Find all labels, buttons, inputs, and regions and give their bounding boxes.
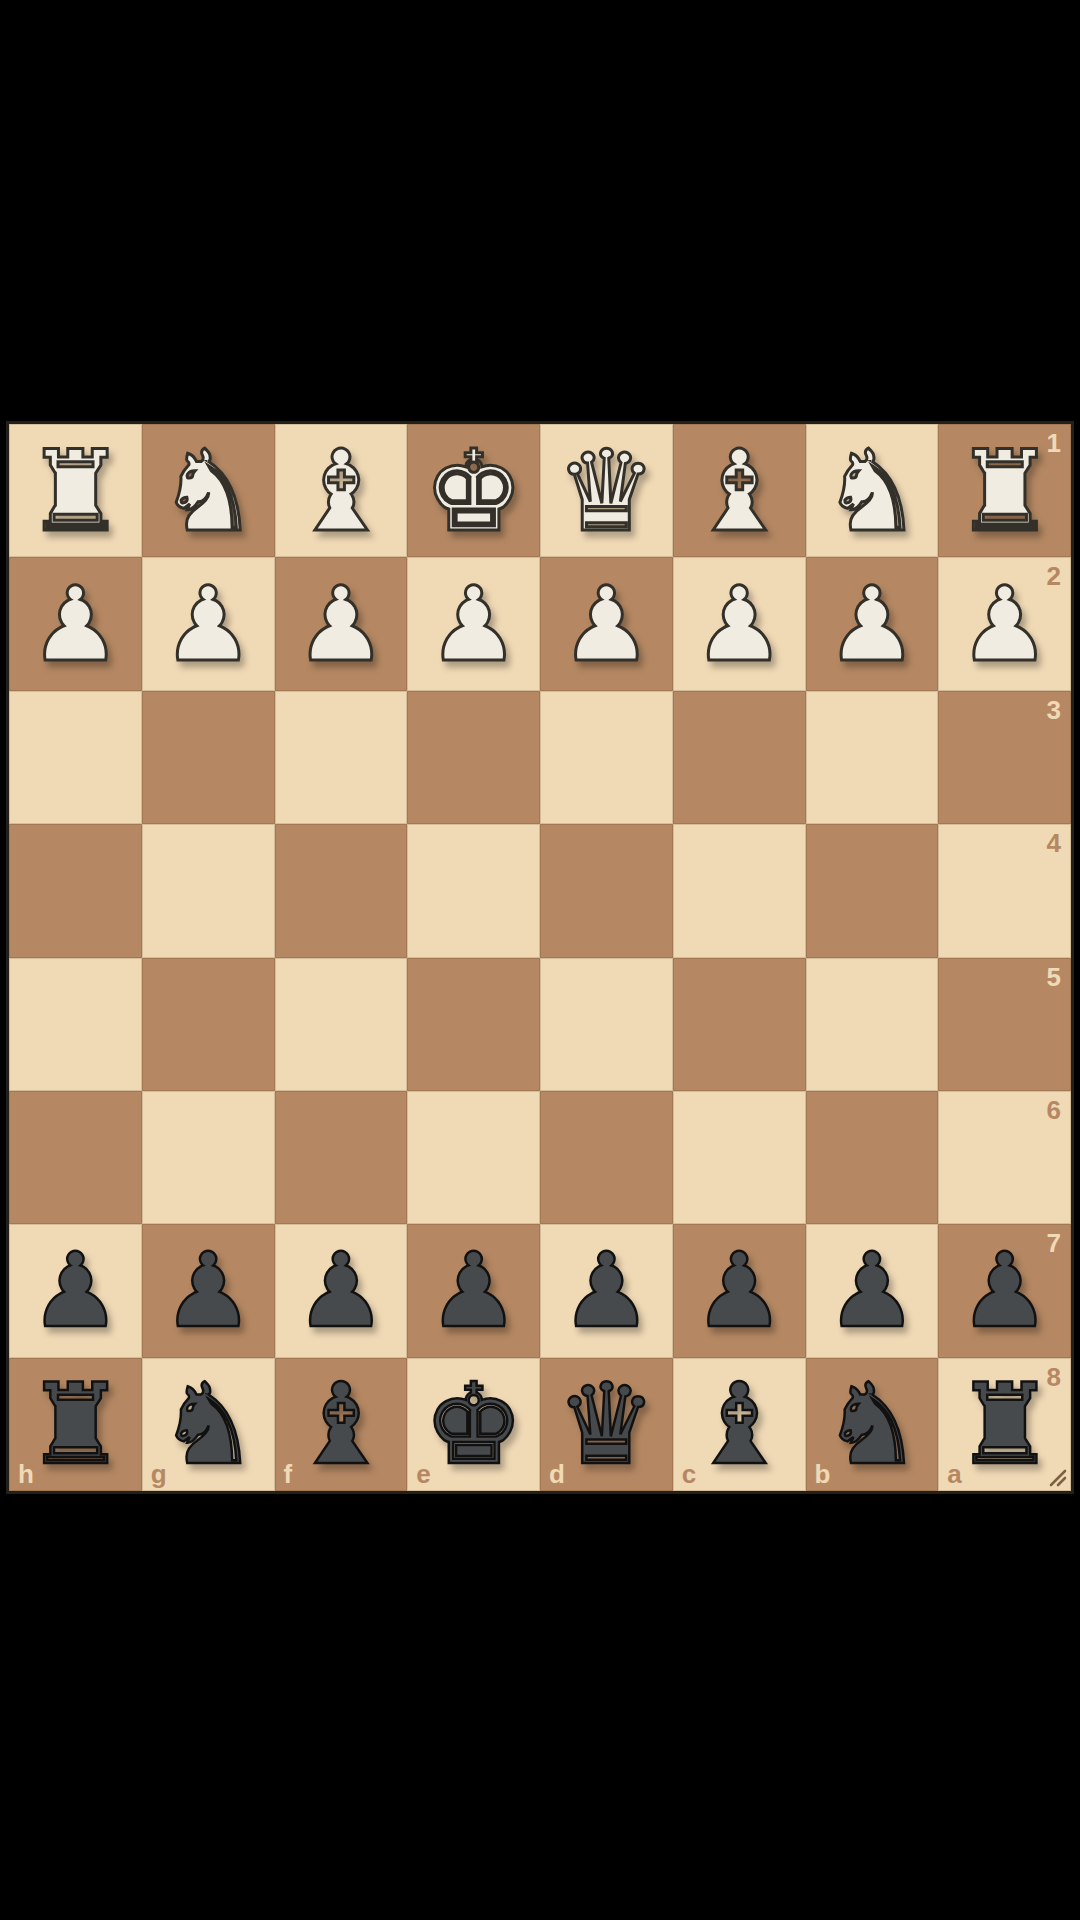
square-h7[interactable]: ♟ (9, 1224, 142, 1357)
black-bishop[interactable]: ♝ (291, 1368, 391, 1480)
square-d1[interactable]: ♛ (540, 424, 673, 557)
rank-label-8: 8 (1047, 1364, 1061, 1390)
white-pawn[interactable]: ♟ (958, 573, 1050, 676)
square-c1[interactable]: ♝ (673, 424, 806, 557)
square-f3[interactable] (275, 691, 408, 824)
square-c3[interactable] (673, 691, 806, 824)
square-a7[interactable]: ♟7 (938, 1224, 1071, 1357)
square-e5[interactable] (407, 958, 540, 1091)
black-bishop[interactable]: ♝ (689, 1368, 789, 1480)
square-e1[interactable]: ♚ (407, 424, 540, 557)
square-h5[interactable] (9, 958, 142, 1091)
square-b2[interactable]: ♟ (806, 557, 939, 690)
square-h2[interactable]: ♟ (9, 557, 142, 690)
square-h4[interactable] (9, 824, 142, 957)
white-pawn[interactable]: ♟ (693, 573, 785, 676)
black-pawn[interactable]: ♟ (693, 1239, 785, 1342)
rank-label-5: 5 (1047, 964, 1061, 990)
square-a8[interactable]: ♜a8 (938, 1358, 1071, 1491)
square-h1[interactable]: ♜ (9, 424, 142, 557)
square-b6[interactable] (806, 1091, 939, 1224)
file-label-b: b (815, 1461, 831, 1487)
square-d7[interactable]: ♟ (540, 1224, 673, 1357)
rank-label-7: 7 (1047, 1230, 1061, 1256)
black-pawn[interactable]: ♟ (560, 1239, 652, 1342)
black-king[interactable]: ♚ (423, 1368, 523, 1480)
black-knight[interactable]: ♞ (158, 1368, 258, 1480)
rank-label-1: 1 (1047, 430, 1061, 456)
file-label-h: h (18, 1461, 34, 1487)
file-label-c: c (682, 1461, 696, 1487)
black-rook[interactable]: ♜ (954, 1368, 1054, 1480)
white-pawn[interactable]: ♟ (560, 573, 652, 676)
square-c6[interactable] (673, 1091, 806, 1224)
white-bishop[interactable]: ♝ (291, 435, 391, 547)
square-d6[interactable] (540, 1091, 673, 1224)
rank-label-6: 6 (1047, 1097, 1061, 1123)
black-pawn[interactable]: ♟ (295, 1239, 387, 1342)
black-pawn[interactable]: ♟ (29, 1239, 121, 1342)
square-e6[interactable] (407, 1091, 540, 1224)
rank-label-4: 4 (1047, 830, 1061, 856)
rank-label-3: 3 (1047, 697, 1061, 723)
file-label-e: e (416, 1461, 430, 1487)
square-g1[interactable]: ♞ (142, 424, 275, 557)
square-f1[interactable]: ♝ (275, 424, 408, 557)
black-pawn[interactable]: ♟ (427, 1239, 519, 1342)
white-pawn[interactable]: ♟ (826, 573, 918, 676)
square-e2[interactable]: ♟ (407, 557, 540, 690)
square-c8[interactable]: ♝c (673, 1358, 806, 1491)
black-pawn[interactable]: ♟ (826, 1239, 918, 1342)
square-d2[interactable]: ♟ (540, 557, 673, 690)
square-f5[interactable] (275, 958, 408, 1091)
black-rook[interactable]: ♜ (25, 1368, 125, 1480)
square-f4[interactable] (275, 824, 408, 957)
white-queen[interactable]: ♛ (556, 435, 656, 547)
square-d5[interactable] (540, 958, 673, 1091)
white-king[interactable]: ♚ (423, 435, 523, 547)
white-knight[interactable]: ♞ (158, 435, 258, 547)
square-g7[interactable]: ♟ (142, 1224, 275, 1357)
square-g2[interactable]: ♟ (142, 557, 275, 690)
square-c2[interactable]: ♟ (673, 557, 806, 690)
square-d8[interactable]: ♛d (540, 1358, 673, 1491)
white-pawn[interactable]: ♟ (427, 573, 519, 676)
white-pawn[interactable]: ♟ (29, 573, 121, 676)
square-g4[interactable] (142, 824, 275, 957)
white-pawn[interactable]: ♟ (162, 573, 254, 676)
app-background: ♜♞♝♚♛♝♞♜1♟♟♟♟♟♟♟♟23456♟♟♟♟♟♟♟♟7♜h♞g♝f♚e♛… (0, 0, 1080, 1920)
black-knight[interactable]: ♞ (822, 1368, 922, 1480)
file-label-f: f (284, 1461, 293, 1487)
square-b5[interactable] (806, 958, 939, 1091)
white-pawn[interactable]: ♟ (295, 573, 387, 676)
square-f8[interactable]: ♝f (275, 1358, 408, 1491)
white-bishop[interactable]: ♝ (689, 435, 789, 547)
file-label-a: a (947, 1461, 961, 1487)
square-b8[interactable]: ♞b (806, 1358, 939, 1491)
black-queen[interactable]: ♛ (556, 1368, 656, 1480)
white-knight[interactable]: ♞ (822, 435, 922, 547)
square-e7[interactable]: ♟ (407, 1224, 540, 1357)
square-g3[interactable] (142, 691, 275, 824)
square-e8[interactable]: ♚e (407, 1358, 540, 1491)
square-f2[interactable]: ♟ (275, 557, 408, 690)
square-e4[interactable] (407, 824, 540, 957)
square-a5[interactable]: 5 (938, 958, 1071, 1091)
square-d4[interactable] (540, 824, 673, 957)
square-c5[interactable] (673, 958, 806, 1091)
square-d3[interactable] (540, 691, 673, 824)
file-label-d: d (549, 1461, 565, 1487)
square-h6[interactable] (9, 1091, 142, 1224)
chess-board: ♜♞♝♚♛♝♞♜1♟♟♟♟♟♟♟♟23456♟♟♟♟♟♟♟♟7♜h♞g♝f♚e♛… (6, 421, 1074, 1494)
square-g6[interactable] (142, 1091, 275, 1224)
square-a3[interactable]: 3 (938, 691, 1071, 824)
white-rook[interactable]: ♜ (954, 435, 1054, 547)
black-pawn[interactable]: ♟ (162, 1239, 254, 1342)
square-f6[interactable] (275, 1091, 408, 1224)
square-f7[interactable]: ♟ (275, 1224, 408, 1357)
square-g8[interactable]: ♞g (142, 1358, 275, 1491)
square-h3[interactable] (9, 691, 142, 824)
square-a4[interactable]: 4 (938, 824, 1071, 957)
white-rook[interactable]: ♜ (25, 435, 125, 547)
square-b7[interactable]: ♟ (806, 1224, 939, 1357)
square-g5[interactable] (142, 958, 275, 1091)
square-b1[interactable]: ♞ (806, 424, 939, 557)
square-b3[interactable] (806, 691, 939, 824)
square-a1[interactable]: ♜1 (938, 424, 1071, 557)
square-c7[interactable]: ♟ (673, 1224, 806, 1357)
square-e3[interactable] (407, 691, 540, 824)
square-a2[interactable]: ♟2 (938, 557, 1071, 690)
square-b4[interactable] (806, 824, 939, 957)
file-label-g: g (151, 1461, 167, 1487)
board-resize-handle-icon[interactable] (1044, 1464, 1068, 1488)
square-c4[interactable] (673, 824, 806, 957)
square-a6[interactable]: 6 (938, 1091, 1071, 1224)
square-h8[interactable]: ♜h (9, 1358, 142, 1491)
black-pawn[interactable]: ♟ (958, 1239, 1050, 1342)
rank-label-2: 2 (1047, 563, 1061, 589)
